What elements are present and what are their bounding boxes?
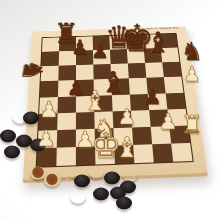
- chess-piece-dark-queen-d8: ♛: [105, 22, 133, 53]
- scene: Lovingly Made for Bigjigs® Toys Lovingly…: [0, 0, 220, 220]
- draughts-disc-light-flipped: [44, 174, 60, 187]
- chess-piece-dark-pawn-b7: ♟: [71, 37, 89, 57]
- draughts-disc-black: [23, 112, 39, 125]
- chess-piece-light-knight-d2: ♞: [94, 116, 116, 141]
- chess-piece-dark-king-e8: ♚: [120, 20, 153, 57]
- draughts-disc-black: [104, 172, 120, 185]
- draughts-disc-black: [30, 139, 46, 152]
- draughts-disc-black: [116, 197, 132, 210]
- draughts-disc-black: [0, 130, 16, 143]
- chess-piece-light-rook-h3: ♜: [181, 112, 203, 137]
- chess-piece-dark-pawn-c7: ♟: [91, 41, 109, 61]
- draughts-disc-light: [42, 101, 58, 114]
- chess-piece-light-pawn-e3: ♟: [118, 107, 137, 128]
- draughts-disc-light: [70, 191, 86, 204]
- chess-piece-dark-knight-h7: ♞: [181, 39, 203, 64]
- draughts-disc-light: [122, 169, 138, 182]
- chess-piece-dark-bishop-d5: ♝: [100, 68, 126, 97]
- pieces-layer: ♜♟♟♛♚♝♞♟♝♟♟♝♟♟♟♜♞♟♟♚♝♞: [0, 0, 220, 220]
- chess-piece-light-pawn-h6: ♟: [183, 64, 201, 84]
- draughts-disc-light: [88, 166, 104, 179]
- draughts-disc-black: [74, 175, 90, 188]
- product-photo-chess-set: Lovingly Made for Bigjigs® Toys Lovingly…: [0, 0, 220, 220]
- draughts-disc-black: [93, 188, 109, 201]
- chess-piece-dark-rook-a8: ♜: [53, 20, 78, 48]
- draughts-disc-black: [4, 146, 20, 159]
- chess-piece-dark-bishop-f8: ♝: [145, 29, 170, 57]
- chess-piece-dark-pawn-f4: ♟: [142, 86, 162, 108]
- chess-piece-light-bishop-c4: ♝: [83, 87, 107, 114]
- fallen-chess-piece-dark-knight: ♞: [18, 57, 48, 84]
- chess-piece-dark-pawn-b5: ♟: [67, 78, 86, 99]
- chess-piece-light-pawn-c2: ♟: [75, 129, 95, 151]
- chess-piece-light-pawn-g3: ♟: [158, 111, 178, 133]
- chess-piece-light-bishop-e1: ♝: [114, 134, 139, 162]
- chess-piece-light-king-d1: ♚: [91, 128, 121, 162]
